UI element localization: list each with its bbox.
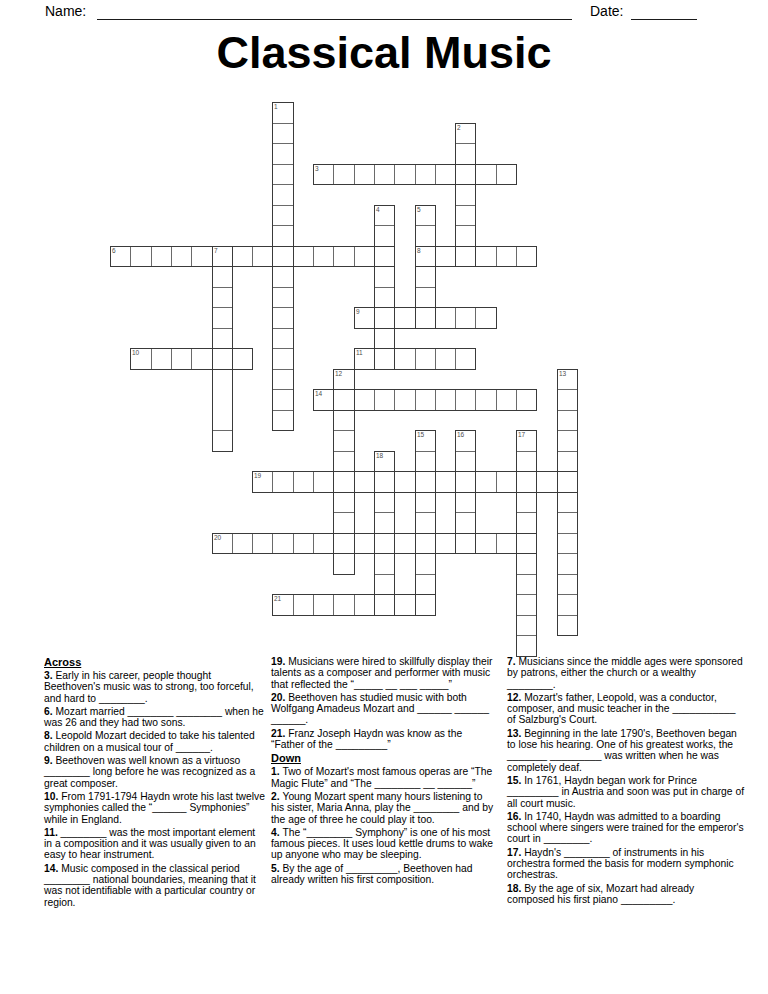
- clue-column-1: Across3. Early in his career, people tho…: [44, 656, 265, 910]
- grid-cell-r24c20[interactable]: [516, 594, 537, 616]
- clue-number: 7.: [507, 656, 518, 667]
- grid-cell-r3c13[interactable]: [374, 164, 395, 185]
- cell-number-3: 3: [315, 165, 318, 172]
- grid-cell-r18c17[interactable]: [455, 471, 476, 493]
- cell-number-13: 13: [559, 370, 566, 377]
- grid-cell-r14c19[interactable]: [496, 389, 517, 411]
- grid-cell-r7c1[interactable]: [130, 246, 152, 267]
- cell-number-8: 8: [417, 247, 420, 254]
- grid-cell-r11c8[interactable]: [272, 328, 294, 349]
- clue-number: 19.: [271, 656, 288, 667]
- grid-cell-r14c20[interactable]: [516, 389, 537, 411]
- grid-cell-r10c15[interactable]: [415, 307, 436, 329]
- grid-cell-r6c15[interactable]: [415, 225, 436, 247]
- grid-cell-r6c13[interactable]: [374, 225, 395, 247]
- grid-cell-r7c16[interactable]: [435, 246, 456, 267]
- clue-text: In 1761, Haydn began work for Prince ___…: [507, 775, 744, 809]
- cell-number-18: 18: [376, 452, 383, 459]
- grid-cell-r26c20[interactable]: [516, 635, 537, 657]
- clue-1-down: 1. Two of Mozart's most famous operas ar…: [271, 766, 497, 789]
- grid-cell-r20c22[interactable]: [557, 512, 578, 534]
- grid-cell-r24c10[interactable]: [313, 594, 334, 616]
- grid-cell-r21c12[interactable]: [354, 533, 375, 554]
- clue-number: 2.: [271, 791, 282, 802]
- clue-number: 12.: [507, 692, 524, 703]
- clue-19-across: 19. Musicians were hired to skillfully d…: [271, 656, 497, 690]
- clue-8-across: 8. Leopold Mozart decided to take his ta…: [44, 730, 265, 753]
- grid-cell-r20c17[interactable]: [455, 512, 476, 534]
- cell-number-17: 17: [518, 431, 525, 438]
- grid-cell-r19c20[interactable]: [516, 492, 537, 513]
- grid-cell-r21c7[interactable]: [252, 533, 273, 554]
- clue-number: 4.: [271, 827, 282, 838]
- grid-cell-r2c8[interactable]: [272, 143, 294, 165]
- cell-number-19: 19: [254, 472, 261, 479]
- grid-cell-r15c11[interactable]: [333, 410, 355, 431]
- grid-cell-r14c22[interactable]: [557, 389, 578, 411]
- cell-number-10: 10: [132, 349, 139, 356]
- grid-cell-r10c8[interactable]: [272, 307, 294, 329]
- grid-cell-r10c13[interactable]: [374, 307, 395, 329]
- grid-cell-r3c18[interactable]: [475, 164, 497, 185]
- grid-cell-r21c22[interactable]: [557, 533, 578, 554]
- grid-cell-r18c11[interactable]: [333, 471, 355, 493]
- cell-number-12: 12: [335, 370, 342, 377]
- clue-text: ________ was the most important element …: [44, 827, 256, 861]
- clue-2-down: 2. Young Mozart spent many hours listeni…: [271, 791, 497, 825]
- clue-number: 1.: [271, 766, 282, 777]
- grid-cell-r12c14[interactable]: [394, 348, 416, 370]
- grid-cell-r12c16[interactable]: [435, 348, 456, 370]
- grid-cell-r21c13[interactable]: [374, 533, 395, 554]
- grid-cell-r22c11[interactable]: [333, 553, 355, 575]
- grid-cell-r12c6[interactable]: [232, 348, 253, 370]
- grid-cell-r17c15[interactable]: [415, 451, 436, 472]
- cell-number-9: 9: [356, 308, 359, 315]
- cell-number-6: 6: [112, 247, 115, 254]
- clue-text: From 1791-1794 Haydn wrote his last twel…: [44, 791, 265, 825]
- grid-cell-r14c14[interactable]: [394, 389, 416, 411]
- grid-cell-r10c16[interactable]: [435, 307, 456, 329]
- name-blank-line[interactable]: [97, 3, 572, 20]
- grid-cell-r12c13[interactable]: [374, 348, 395, 370]
- grid-cell-r21c5[interactable]: 20: [212, 533, 233, 554]
- cell-number-11: 11: [356, 349, 362, 356]
- cell-number-21: 21: [274, 595, 281, 602]
- grid-cell-r12c1[interactable]: 10: [130, 348, 152, 370]
- grid-cell-r18c18[interactable]: [475, 471, 497, 493]
- grid-cell-r11c5[interactable]: [212, 328, 233, 349]
- grid-cell-r19c17[interactable]: [455, 492, 476, 513]
- grid-cell-r8c13[interactable]: [374, 266, 395, 288]
- grid-cell-r0c8[interactable]: 1: [272, 102, 294, 124]
- name-label: Name:: [45, 3, 86, 19]
- clue-6-across: 6. Mozart married ________ ________ when…: [44, 706, 265, 729]
- grid-cell-r12c5[interactable]: [212, 348, 233, 370]
- clue-number: 11.: [44, 827, 61, 838]
- grid-cell-r12c15[interactable]: [415, 348, 436, 370]
- cell-number-2: 2: [457, 124, 460, 131]
- cell-number-14: 14: [315, 390, 322, 397]
- grid-cell-r21c20[interactable]: [516, 533, 537, 554]
- grid-cell-r4c8[interactable]: [272, 184, 294, 206]
- grid-cell-r17c11[interactable]: [333, 451, 355, 472]
- clue-text: Musicians were hired to skillfully displ…: [271, 656, 493, 690]
- grid-cell-r19c22[interactable]: [557, 492, 578, 513]
- grid-cell-r24c22[interactable]: [557, 594, 578, 616]
- grid-cell-r23c22[interactable]: [557, 574, 578, 595]
- grid-cell-r5c15[interactable]: 5: [415, 205, 436, 226]
- grid-cell-r14c17[interactable]: [455, 389, 476, 411]
- grid-cell-r14c10[interactable]: 14: [313, 389, 334, 411]
- clue-14-across: 14. Music composed in the classical peri…: [44, 863, 265, 908]
- clue-text: By the age of six, Mozart had already co…: [507, 883, 694, 905]
- grid-cell-r18c16[interactable]: [435, 471, 456, 493]
- clue-11-across: 11. ________ was the most important elem…: [44, 827, 265, 861]
- clue-text: Beethoven was well known as a virtuoso _…: [44, 755, 255, 789]
- grid-cell-r24c11[interactable]: [333, 594, 355, 616]
- across-clues-header: Across: [44, 656, 265, 668]
- clue-number: 9.: [44, 755, 55, 766]
- crossword-board: 123456789101112131415161718192021: [110, 102, 579, 658]
- grid-cell-r17c13[interactable]: 18: [374, 451, 395, 472]
- clue-number: 17.: [507, 847, 524, 858]
- grid-cell-r12c4[interactable]: [191, 348, 213, 370]
- down-clues-header: Down: [271, 752, 497, 764]
- grid-cell-r14c11[interactable]: [333, 389, 355, 411]
- grid-cell-r3c17[interactable]: [455, 164, 476, 185]
- grid-cell-r22c22[interactable]: [557, 553, 578, 575]
- grid-cell-r19c11[interactable]: [333, 492, 355, 513]
- grid-cell-r10c5[interactable]: [212, 307, 233, 329]
- grid-cell-r7c7[interactable]: [252, 246, 273, 267]
- clue-text: Two of Mozart's most famous operas are “…: [271, 766, 492, 788]
- grid-cell-r21c19[interactable]: [496, 533, 517, 554]
- grid-cell-r9c8[interactable]: [272, 287, 294, 308]
- clue-text: By the age of _________, Beethoven had a…: [271, 863, 473, 885]
- grid-cell-r5c13[interactable]: 4: [374, 205, 395, 226]
- grid-cell-r14c13[interactable]: [374, 389, 395, 411]
- clue-number: 10.: [44, 791, 61, 802]
- grid-cell-r7c10[interactable]: [313, 246, 334, 267]
- grid-cell-r3c14[interactable]: [394, 164, 416, 185]
- worksheet-page: Name: Date: Classical Music 123456789101…: [0, 0, 768, 994]
- grid-cell-r18c8[interactable]: [272, 471, 294, 493]
- grid-cell-r15c8[interactable]: [272, 410, 294, 431]
- grid-cell-r18c19[interactable]: [496, 471, 517, 493]
- cell-number-4: 4: [376, 206, 379, 213]
- grid-cell-r5c8[interactable]: [272, 205, 294, 226]
- grid-cell-r6c17[interactable]: [455, 225, 476, 247]
- clue-number: 18.: [507, 883, 524, 894]
- grid-cell-r8c15[interactable]: [415, 266, 436, 288]
- grid-cell-r7c4[interactable]: [191, 246, 213, 267]
- grid-cell-r7c6[interactable]: [232, 246, 253, 267]
- cell-number-15: 15: [417, 431, 424, 438]
- grid-cell-r13c8[interactable]: [272, 369, 294, 390]
- grid-cell-r12c12[interactable]: 11: [354, 348, 375, 370]
- grid-cell-r21c17[interactable]: [455, 533, 476, 554]
- grid-cell-r7c0[interactable]: 6: [110, 246, 131, 267]
- grid-cell-r20c15[interactable]: [415, 512, 436, 534]
- grid-cell-r16c20[interactable]: 17: [516, 430, 537, 452]
- grid-cell-r17c22[interactable]: [557, 451, 578, 472]
- clue-text: Early in his career, people thought Beet…: [44, 670, 254, 704]
- grid-cell-r17c17[interactable]: [455, 451, 476, 472]
- grid-cell-r14c15[interactable]: [415, 389, 436, 411]
- grid-cell-r17c20[interactable]: [516, 451, 537, 472]
- clue-18-down: 18. By the age of six, Mozart had alread…: [507, 883, 744, 906]
- clue-21-across: 21. Franz Joseph Haydn was know as the “…: [271, 728, 497, 751]
- grid-cell-r14c8[interactable]: [272, 389, 294, 411]
- grid-cell-r18c10[interactable]: [313, 471, 334, 493]
- grid-cell-r10c18[interactable]: [475, 307, 497, 329]
- grid-cell-r23c15[interactable]: [415, 574, 436, 595]
- clue-17-down: 17. Haydn's ________ of instruments in h…: [507, 847, 744, 881]
- grid-cell-r3c19[interactable]: [496, 164, 517, 185]
- clue-number: 5.: [271, 863, 282, 874]
- grid-cell-r18c20[interactable]: [516, 471, 537, 493]
- grid-cell-r13c11[interactable]: 12: [333, 369, 355, 390]
- grid-cell-r9c13[interactable]: [374, 287, 395, 308]
- grid-cell-r7c2[interactable]: [151, 246, 172, 267]
- grid-cell-r10c12[interactable]: 9: [354, 307, 375, 329]
- grid-cell-r24c12[interactable]: [354, 594, 375, 616]
- grid-cell-r14c16[interactable]: [435, 389, 456, 411]
- grid-cell-r1c8[interactable]: [272, 123, 294, 144]
- grid-cell-r16c11[interactable]: [333, 430, 355, 452]
- cell-number-16: 16: [457, 431, 464, 438]
- clue-16-down: 16. In 1740, Haydn was admitted to a boa…: [507, 811, 744, 845]
- grid-cell-r21c18[interactable]: [475, 533, 497, 554]
- grid-cell-r24c15[interactable]: [415, 594, 436, 616]
- clue-number: 15.: [507, 775, 524, 786]
- grid-cell-r16c5[interactable]: [212, 430, 233, 452]
- grid-cell-r7c3[interactable]: [171, 246, 192, 267]
- grid-cell-r19c15[interactable]: [415, 492, 436, 513]
- grid-cell-r20c11[interactable]: [333, 512, 355, 534]
- grid-cell-r16c17[interactable]: 16: [455, 430, 476, 452]
- clue-text: Mozart's father, Leopold, was a conducto…: [507, 692, 735, 726]
- grid-cell-r21c15[interactable]: [415, 533, 436, 554]
- grid-cell-r18c21[interactable]: [536, 471, 558, 493]
- grid-cell-r7c12[interactable]: [354, 246, 375, 267]
- grid-cell-r12c3[interactable]: [171, 348, 192, 370]
- grid-cell-r22c13[interactable]: [374, 553, 395, 575]
- grid-cell-r18c9[interactable]: [293, 471, 314, 493]
- grid-cell-r18c15[interactable]: [415, 471, 436, 493]
- clue-number: 16.: [507, 811, 524, 822]
- clue-number: 13.: [507, 728, 524, 739]
- clue-13-down: 13. Beginning in the late 1790's, Beetho…: [507, 728, 744, 773]
- grid-cell-r3c16[interactable]: [435, 164, 456, 185]
- clue-column-2: 19. Musicians were hired to skillfully d…: [271, 656, 497, 887]
- grid-cell-r8c8[interactable]: [272, 266, 294, 288]
- grid-cell-r3c15[interactable]: [415, 164, 436, 185]
- grid-cell-r7c17[interactable]: [455, 246, 476, 267]
- grid-cell-r7c19[interactable]: [496, 246, 517, 267]
- clues-section: Across3. Early in his career, people tho…: [44, 656, 744, 910]
- grid-cell-r10c14[interactable]: [394, 307, 416, 329]
- clue-text: Young Mozart spent many hours listening …: [271, 791, 493, 825]
- grid-cell-r7c18[interactable]: [475, 246, 497, 267]
- grid-cell-r21c16[interactable]: [435, 533, 456, 554]
- grid-cell-r3c11[interactable]: [333, 164, 355, 185]
- grid-cell-r2c17[interactable]: [455, 143, 476, 165]
- grid-cell-r7c9[interactable]: [293, 246, 314, 267]
- grid-cell-r7c5[interactable]: 7: [212, 246, 233, 267]
- grid-cell-r12c17[interactable]: [455, 348, 476, 370]
- clue-9-across: 9. Beethoven was well known as a virtuos…: [44, 755, 265, 789]
- grid-cell-r20c20[interactable]: [516, 512, 537, 534]
- puzzle-title: Classical Music: [0, 28, 768, 78]
- grid-cell-r9c15[interactable]: [415, 287, 436, 308]
- clue-text: Music composed in the classical period _…: [44, 863, 256, 908]
- grid-cell-r15c22[interactable]: [557, 410, 578, 431]
- grid-cell-r7c11[interactable]: [333, 246, 355, 267]
- grid-cell-r9c5[interactable]: [212, 287, 233, 308]
- clue-number: 8.: [44, 730, 55, 741]
- clue-text: Beethoven has studied music with both Wo…: [271, 692, 489, 726]
- grid-cell-r21c8[interactable]: [272, 533, 294, 554]
- cell-number-1: 1: [274, 103, 277, 110]
- grid-cell-r14c18[interactable]: [475, 389, 497, 411]
- clue-number: 20.: [271, 692, 288, 703]
- clue-20-across: 20. Beethoven has studied music with bot…: [271, 692, 497, 726]
- clue-number: 21.: [271, 728, 288, 739]
- clue-column-3: 7. Musicians since the middle ages were …: [507, 656, 744, 907]
- grid-cell-r18c7[interactable]: 19: [252, 471, 273, 493]
- clue-12-down: 12. Mozart's father, Leopold, was a cond…: [507, 692, 744, 726]
- grid-cell-r22c15[interactable]: [415, 553, 436, 575]
- grid-cell-r13c22[interactable]: 13: [557, 369, 578, 390]
- grid-cell-r24c13[interactable]: [374, 594, 395, 616]
- clue-number: 6.: [44, 706, 55, 717]
- grid-cell-r1c17[interactable]: 2: [455, 123, 476, 144]
- clue-text: Haydn's ________ of instruments in his o…: [507, 847, 734, 881]
- grid-cell-r23c13[interactable]: [374, 574, 395, 595]
- grid-cell-r24c9[interactable]: [293, 594, 314, 616]
- grid-cell-r7c13[interactable]: [374, 246, 395, 267]
- grid-cell-r23c20[interactable]: [516, 574, 537, 595]
- clue-5-down: 5. By the age of _________, Beethoven ha…: [271, 863, 497, 886]
- grid-cell-r3c12[interactable]: [354, 164, 375, 185]
- grid-cell-r22c20[interactable]: [516, 553, 537, 575]
- cell-number-5: 5: [417, 206, 420, 213]
- clue-3-across: 3. Early in his career, people thought B…: [44, 670, 265, 704]
- clue-number: 14.: [44, 863, 61, 874]
- clue-text: Mozart married ________ ________ when he…: [44, 706, 264, 728]
- grid-cell-r21c14[interactable]: [394, 533, 416, 554]
- grid-cell-r8c5[interactable]: [212, 266, 233, 288]
- grid-cell-r25c20[interactable]: [516, 615, 537, 636]
- clue-4-down: 4. The “________ Symphony” is one of his…: [271, 827, 497, 861]
- grid-cell-r24c8[interactable]: 21: [272, 594, 294, 616]
- clue-15-down: 15. In 1761, Haydn began work for Prince…: [507, 775, 744, 809]
- grid-cell-r6c8[interactable]: [272, 225, 294, 247]
- grid-cell-r18c12[interactable]: [354, 471, 375, 493]
- grid-cell-r21c10[interactable]: [313, 533, 334, 554]
- clue-text: Franz Joseph Haydn was know as the “Fath…: [271, 728, 462, 750]
- grid-cell-r11c13[interactable]: [374, 328, 395, 349]
- grid-cell-r5c17[interactable]: [455, 205, 476, 226]
- grid-cell-r19c13[interactable]: [374, 492, 395, 513]
- grid-cell-r7c20[interactable]: [516, 246, 537, 267]
- grid-cell-r16c22[interactable]: [557, 430, 578, 452]
- grid-cell-r12c2[interactable]: [151, 348, 172, 370]
- grid-cell-r7c15[interactable]: 8: [415, 246, 436, 267]
- grid-cell-r7c8[interactable]: [272, 246, 294, 267]
- grid-cell-r10c17[interactable]: [455, 307, 476, 329]
- grid-cell-r21c6[interactable]: [232, 533, 253, 554]
- cell-number-20: 20: [214, 534, 221, 541]
- grid-cell-r25c22[interactable]: [557, 615, 578, 636]
- grid-cell-r3c10[interactable]: 3: [313, 164, 334, 185]
- clue-text: In 1740, Haydn was admitted to a boardin…: [507, 811, 744, 845]
- grid-cell-r14c12[interactable]: [354, 389, 375, 411]
- clue-number: 3.: [44, 670, 55, 681]
- grid-cell-r18c14[interactable]: [394, 471, 416, 493]
- grid-cell-r4c17[interactable]: [455, 184, 476, 206]
- cell-number-7: 7: [214, 247, 217, 254]
- date-label: Date:: [590, 3, 623, 19]
- date-blank-line[interactable]: [631, 3, 697, 20]
- clue-10-across: 10. From 1791-1794 Haydn wrote his last …: [44, 791, 265, 825]
- grid-cell-r21c11[interactable]: [333, 533, 355, 554]
- grid-cell-r18c13[interactable]: [374, 471, 395, 493]
- clue-7-down: 7. Musicians since the middle ages were …: [507, 656, 744, 690]
- grid-cell-r3c8[interactable]: [272, 164, 294, 185]
- grid-cell-r24c14[interactable]: [394, 594, 416, 616]
- grid-cell-r20c13[interactable]: [374, 512, 395, 534]
- grid-cell-r16c15[interactable]: 15: [415, 430, 436, 452]
- grid-cell-r21c9[interactable]: [293, 533, 314, 554]
- clue-text: The “________ Symphony” is one of his mo…: [271, 827, 493, 861]
- clue-text: Beginning in the late 1790's, Beethoven …: [507, 728, 737, 773]
- grid-cell-r18c22[interactable]: [557, 471, 578, 493]
- clue-text: Leopold Mozart decided to take his talen…: [44, 730, 255, 752]
- clue-text: Musicians since the middle ages were spo…: [507, 656, 743, 690]
- grid-cell-r12c8[interactable]: [272, 348, 294, 370]
